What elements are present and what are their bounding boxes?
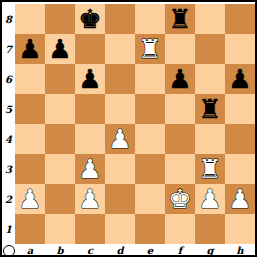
square-c1[interactable]	[75, 214, 105, 244]
rank-label-4: 4	[2, 124, 15, 154]
square-c7[interactable]	[75, 34, 105, 64]
square-g1[interactable]	[195, 214, 225, 244]
square-d7[interactable]	[105, 34, 135, 64]
rank-label-5: 5	[2, 94, 15, 124]
black-king: ♚	[78, 4, 101, 34]
white-rook: ♜	[198, 154, 221, 184]
square-c4[interactable]	[75, 124, 105, 154]
white-pawn: ♟	[78, 184, 101, 214]
file-label-e: e	[135, 244, 165, 257]
square-e5[interactable]	[135, 94, 165, 124]
square-d4[interactable]: ♟	[105, 124, 135, 154]
square-f2[interactable]: ♚	[165, 184, 195, 214]
square-h7[interactable]	[225, 34, 255, 64]
white-pawn: ♟	[18, 184, 41, 214]
square-f5[interactable]	[165, 94, 195, 124]
rank-label-1: 1	[2, 214, 15, 244]
white-pawn: ♟	[108, 124, 131, 154]
square-h2[interactable]: ♟	[225, 184, 255, 214]
square-e1[interactable]	[135, 214, 165, 244]
black-pawn: ♟	[48, 34, 71, 64]
white-to-move-indicator	[2, 245, 15, 257]
square-a8[interactable]	[15, 4, 45, 34]
square-d5[interactable]	[105, 94, 135, 124]
square-a1[interactable]	[15, 214, 45, 244]
square-a3[interactable]	[15, 154, 45, 184]
file-label-c: c	[75, 244, 105, 257]
square-g4[interactable]	[195, 124, 225, 154]
square-h4[interactable]	[225, 124, 255, 154]
rank-label-8: 8	[2, 4, 15, 34]
square-d8[interactable]	[105, 4, 135, 34]
square-b3[interactable]	[45, 154, 75, 184]
square-c6[interactable]: ♟	[75, 64, 105, 94]
black-pawn: ♟	[228, 64, 251, 94]
square-g2[interactable]: ♟	[195, 184, 225, 214]
square-f1[interactable]	[165, 214, 195, 244]
square-e8[interactable]	[135, 4, 165, 34]
square-c3[interactable]: ♟	[75, 154, 105, 184]
square-c5[interactable]	[75, 94, 105, 124]
black-pawn: ♟	[78, 64, 101, 94]
rank-label-2: 2	[2, 184, 15, 214]
square-a2[interactable]: ♟	[15, 184, 45, 214]
square-h8[interactable]	[225, 4, 255, 34]
square-e7[interactable]: ♜	[135, 34, 165, 64]
chess-board: ♚♜♟♟♜♟♟♟♜♟♟♜♟♟♚♟♟	[15, 4, 255, 244]
white-king: ♚	[168, 184, 191, 214]
square-h5[interactable]	[225, 94, 255, 124]
board-row: 87654321 ♚♜♟♟♜♟♟♟♜♟♟♜♟♟♚♟♟	[2, 2, 255, 244]
file-label-d: d	[105, 244, 135, 257]
square-a4[interactable]	[15, 124, 45, 154]
file-label-h: h	[225, 244, 255, 257]
square-a7[interactable]: ♟	[15, 34, 45, 64]
white-pawn: ♟	[228, 184, 251, 214]
square-h6[interactable]: ♟	[225, 64, 255, 94]
file-labels: abcdefgh	[15, 244, 255, 257]
square-d1[interactable]	[105, 214, 135, 244]
square-e3[interactable]	[135, 154, 165, 184]
rank-label-6: 6	[2, 64, 15, 94]
square-d6[interactable]	[105, 64, 135, 94]
square-f7[interactable]	[165, 34, 195, 64]
black-rook: ♜	[168, 4, 191, 34]
square-b4[interactable]	[45, 124, 75, 154]
square-c2[interactable]: ♟	[75, 184, 105, 214]
square-g7[interactable]	[195, 34, 225, 64]
open-circle-icon	[3, 245, 15, 257]
square-a6[interactable]	[15, 64, 45, 94]
file-label-g: g	[195, 244, 225, 257]
square-e2[interactable]	[135, 184, 165, 214]
square-b8[interactable]	[45, 4, 75, 34]
rank-labels: 87654321	[2, 4, 15, 244]
square-a5[interactable]	[15, 94, 45, 124]
square-b6[interactable]	[45, 64, 75, 94]
square-e4[interactable]	[135, 124, 165, 154]
square-b5[interactable]	[45, 94, 75, 124]
square-f4[interactable]	[165, 124, 195, 154]
square-d2[interactable]	[105, 184, 135, 214]
square-g8[interactable]	[195, 4, 225, 34]
square-b2[interactable]	[45, 184, 75, 214]
square-h1[interactable]	[225, 214, 255, 244]
rank-label-3: 3	[2, 154, 15, 184]
file-label-a: a	[15, 244, 45, 257]
square-c8[interactable]: ♚	[75, 4, 105, 34]
white-pawn: ♟	[78, 154, 101, 184]
square-d3[interactable]	[105, 154, 135, 184]
bottom-margin: abcdefgh	[2, 244, 255, 257]
file-label-f: f	[165, 244, 195, 257]
square-f3[interactable]	[165, 154, 195, 184]
black-pawn: ♟	[18, 34, 41, 64]
square-g6[interactable]	[195, 64, 225, 94]
file-label-b: b	[45, 244, 75, 257]
rank-label-7: 7	[2, 34, 15, 64]
square-h3[interactable]	[225, 154, 255, 184]
square-g3[interactable]: ♜	[195, 154, 225, 184]
square-f6[interactable]: ♟	[165, 64, 195, 94]
square-g5[interactable]: ♜	[195, 94, 225, 124]
black-pawn: ♟	[168, 64, 191, 94]
white-pawn: ♟	[198, 184, 221, 214]
chess-diagram: 87654321 ♚♜♟♟♜♟♟♟♜♟♟♜♟♟♚♟♟ abcdefgh	[0, 0, 257, 257]
square-f8[interactable]: ♜	[165, 4, 195, 34]
white-rook: ♜	[138, 34, 161, 64]
black-rook: ♜	[198, 94, 221, 124]
square-b1[interactable]	[45, 214, 75, 244]
square-e6[interactable]	[135, 64, 165, 94]
square-b7[interactable]: ♟	[45, 34, 75, 64]
